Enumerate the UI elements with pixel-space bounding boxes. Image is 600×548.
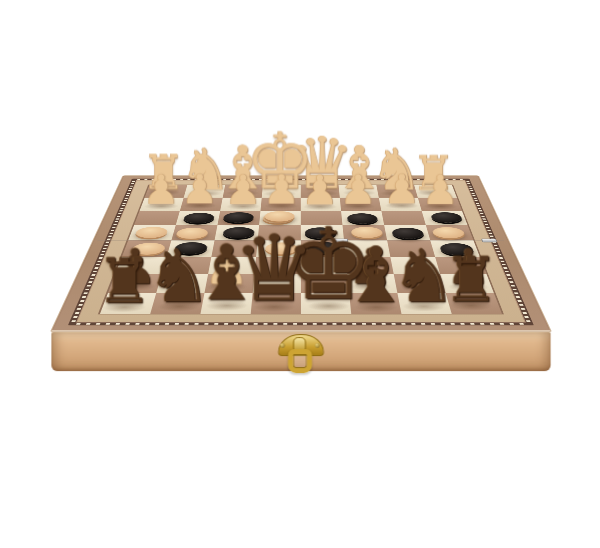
black-bishop-piece: ♝ bbox=[319, 237, 433, 313]
black-rook-piece: ♜ bbox=[67, 250, 181, 312]
folding-chessboard: ♜♞♝♚♛♝♞♜♟♟♟♟♟♟♟♟♟♟♟♟♜♞♝♛♚♝♞♜ bbox=[50, 175, 552, 332]
photo-stage: ♜♞♝♚♛♝♞♜♟♟♟♟♟♟♟♟♟♟♟♟♜♞♝♛♚♝♞♜ bbox=[0, 0, 600, 548]
product-photo: ♜♞♝♚♛♝♞♜♟♟♟♟♟♟♟♟♟♟♟♟♜♞♝♛♚♝♞♜ bbox=[0, 0, 600, 548]
inlay-dashes-top bbox=[137, 179, 464, 180]
checker-black-h6 bbox=[430, 212, 463, 222]
checker-black-b6 bbox=[183, 213, 215, 223]
box-front-edge bbox=[51, 331, 550, 371]
clasp-screw-right bbox=[315, 343, 320, 348]
inlay-dashes-bottom bbox=[76, 323, 526, 325]
clasp-hasp-loop bbox=[288, 349, 312, 373]
black-queen-piece: ♛ bbox=[217, 223, 331, 315]
white-pawn-piece: ♟ bbox=[274, 169, 366, 210]
clasp-screw-left bbox=[280, 343, 285, 348]
brass-clasp bbox=[276, 334, 324, 372]
